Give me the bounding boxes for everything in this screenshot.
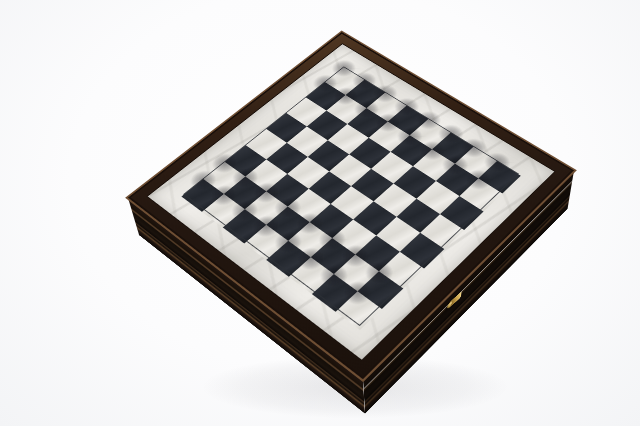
piece-white-rook-h1: ♜: [335, 274, 381, 312]
brass-latch: [448, 291, 462, 308]
photo-canvas: ♜♞♝♛♚♝♞♜♟♟♟♟♟♟♟♟♟♟♟♟♟♟♟♟♜♞♝♛♚♝♞♜: [0, 0, 640, 426]
piece-black-pawn-h7: ♟: [457, 163, 499, 195]
chess-case: ♜♞♝♛♚♝♞♜♟♟♟♟♟♟♟♟♟♟♟♟♟♟♟♟♜♞♝♛♚♝♞♜: [125, 30, 577, 382]
